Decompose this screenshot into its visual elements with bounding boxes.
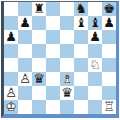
black-pawn-g6: ♟ [88, 30, 102, 44]
square-h4[interactable] [102, 58, 116, 72]
white-bishop-e3: ♗ [60, 72, 74, 86]
square-a2[interactable]: ♟♙ [4, 86, 18, 100]
square-c7[interactable] [32, 16, 46, 30]
square-b4[interactable] [18, 58, 32, 72]
square-h6[interactable] [102, 30, 116, 44]
square-c6[interactable] [32, 30, 46, 44]
white-rook-h1: ♖ [102, 100, 116, 114]
black-knight-f8: ♞ [74, 2, 88, 16]
square-c5[interactable] [32, 44, 46, 58]
square-b2[interactable] [18, 86, 32, 100]
square-b5[interactable] [18, 44, 32, 58]
white-king-a1: ♔ [4, 100, 18, 114]
square-b6[interactable] [18, 30, 32, 44]
square-c3[interactable]: ♛ [32, 72, 46, 86]
square-g6[interactable]: ♟ [88, 30, 102, 44]
white-pawn-b3: ♙ [18, 72, 32, 86]
square-a1[interactable]: ♚♔ [4, 100, 18, 114]
black-king-h8: ♚ [102, 2, 116, 16]
square-a8[interactable] [4, 2, 18, 16]
black-pawn-a6: ♟ [4, 30, 18, 44]
black-rook-c8: ♜ [32, 2, 46, 16]
square-e5[interactable] [60, 44, 74, 58]
square-f3[interactable] [74, 72, 88, 86]
square-b7[interactable]: ♟ [18, 16, 32, 30]
square-h2[interactable] [102, 86, 116, 100]
black-bishop-g7: ♝ [88, 16, 102, 30]
white-knight-g4: ♘ [88, 58, 102, 72]
black-pawn-b7: ♟ [18, 16, 32, 30]
square-a5[interactable] [4, 44, 18, 58]
square-d7[interactable] [46, 16, 60, 30]
black-queen-c3: ♛ [32, 72, 46, 86]
square-b1[interactable] [18, 100, 32, 114]
square-c4[interactable] [32, 58, 46, 72]
square-e8[interactable] [60, 2, 74, 16]
square-f8[interactable]: ♞ [74, 2, 88, 16]
square-c8[interactable]: ♜ [32, 2, 46, 16]
square-g2[interactable] [88, 86, 102, 100]
square-g7[interactable]: ♝ [88, 16, 102, 30]
white-pawn-b3-fill: ♟ [18, 72, 32, 86]
square-d1[interactable] [46, 100, 60, 114]
square-f7[interactable]: ♝ [74, 16, 88, 30]
square-c2[interactable] [32, 86, 46, 100]
square-f1[interactable] [74, 100, 88, 114]
square-d3[interactable] [46, 72, 60, 86]
square-g1[interactable] [88, 100, 102, 114]
square-e1[interactable] [60, 100, 74, 114]
white-pawn-a2: ♙ [4, 86, 18, 100]
square-e7[interactable] [60, 16, 74, 30]
square-g3[interactable] [88, 72, 102, 86]
square-g4[interactable]: ♞♘ [88, 58, 102, 72]
square-d2[interactable] [46, 86, 60, 100]
square-g8[interactable] [88, 2, 102, 16]
black-queen-e2: ♛ [60, 86, 74, 100]
square-g5[interactable] [88, 44, 102, 58]
square-d4[interactable] [46, 58, 60, 72]
square-h8[interactable]: ♚ [102, 2, 116, 16]
square-f5[interactable] [74, 44, 88, 58]
white-rook-h1-fill: ♜ [102, 100, 116, 114]
square-e4[interactable] [60, 58, 74, 72]
square-d5[interactable] [46, 44, 60, 58]
square-f2[interactable] [74, 86, 88, 100]
square-a4[interactable] [4, 58, 18, 72]
white-bishop-e3-fill: ♝ [60, 72, 74, 86]
square-f4[interactable] [74, 58, 88, 72]
square-e2[interactable]: ♛ [60, 86, 74, 100]
square-a7[interactable] [4, 16, 18, 30]
black-bishop-f7: ♝ [74, 16, 88, 30]
square-h5[interactable] [102, 44, 116, 58]
square-d6[interactable] [46, 30, 60, 44]
square-b3[interactable]: ♟♙ [18, 72, 32, 86]
square-a6[interactable]: ♟ [4, 30, 18, 44]
white-knight-g4-fill: ♞ [88, 58, 102, 72]
square-a3[interactable] [4, 72, 18, 86]
chess-board-frame: ♜♞♚♟♝♝♟♟♟♞♘♟♙♛♝♗♟♙♛♚♔♜♖ [1, 1, 119, 118]
square-e6[interactable] [60, 30, 74, 44]
square-e3[interactable]: ♝♗ [60, 72, 74, 86]
white-pawn-a2-fill: ♟ [4, 86, 18, 100]
chess-board: ♜♞♚♟♝♝♟♟♟♞♘♟♙♛♝♗♟♙♛♚♔♜♖ [4, 2, 116, 114]
square-d8[interactable] [46, 2, 60, 16]
square-h1[interactable]: ♜♖ [102, 100, 116, 114]
square-h7[interactable]: ♟ [102, 16, 116, 30]
square-h3[interactable] [102, 72, 116, 86]
black-pawn-h7: ♟ [102, 16, 116, 30]
square-c1[interactable] [32, 100, 46, 114]
square-f6[interactable] [74, 30, 88, 44]
square-b8[interactable] [18, 2, 32, 16]
white-king-a1-fill: ♚ [4, 100, 18, 114]
